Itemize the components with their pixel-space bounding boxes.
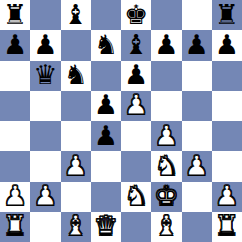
square-c8[interactable]: ♝ bbox=[61, 0, 91, 30]
square-h5[interactable] bbox=[212, 91, 242, 121]
square-g5[interactable] bbox=[182, 91, 212, 121]
square-d4[interactable]: ♟ bbox=[91, 121, 121, 151]
piece-white-knight: ♞ bbox=[154, 152, 178, 179]
square-h3[interactable] bbox=[212, 151, 242, 181]
square-b4[interactable] bbox=[30, 121, 60, 151]
square-e8[interactable]: ♚ bbox=[121, 0, 151, 30]
square-a2[interactable]: ♟ bbox=[0, 182, 30, 212]
piece-black-bishop: ♝ bbox=[64, 1, 88, 28]
square-a8[interactable]: ♜ bbox=[0, 0, 30, 30]
square-c5[interactable] bbox=[61, 91, 91, 121]
square-g7[interactable]: ♟ bbox=[182, 30, 212, 60]
square-g6[interactable] bbox=[182, 61, 212, 91]
square-e3[interactable] bbox=[121, 151, 151, 181]
piece-black-pawn: ♟ bbox=[154, 31, 178, 58]
piece-black-pawn: ♟ bbox=[94, 122, 118, 149]
square-f3[interactable]: ♞ bbox=[151, 151, 181, 181]
square-b1[interactable] bbox=[30, 212, 60, 242]
square-f8[interactable] bbox=[151, 0, 181, 30]
square-g8[interactable] bbox=[182, 0, 212, 30]
square-c3[interactable]: ♟ bbox=[61, 151, 91, 181]
piece-black-pawn: ♟ bbox=[215, 31, 239, 58]
square-g2[interactable] bbox=[182, 182, 212, 212]
square-b6[interactable]: ♛ bbox=[30, 61, 60, 91]
piece-white-pawn: ♟ bbox=[3, 182, 27, 209]
square-d5[interactable]: ♟ bbox=[91, 91, 121, 121]
square-b2[interactable]: ♟ bbox=[30, 182, 60, 212]
square-d3[interactable] bbox=[91, 151, 121, 181]
piece-black-bishop: ♝ bbox=[124, 31, 148, 58]
piece-white-rook: ♜ bbox=[215, 212, 239, 239]
square-a5[interactable] bbox=[0, 91, 30, 121]
piece-black-pawn: ♟ bbox=[185, 31, 209, 58]
square-g4[interactable] bbox=[182, 121, 212, 151]
piece-black-pawn: ♟ bbox=[124, 61, 148, 88]
piece-white-knight: ♞ bbox=[124, 182, 148, 209]
chess-board-container: ♜♝♚♜♟♟♞♝♟♟♟♛♞♟♟♟♟♟♟♞♟♟♟♞♚♟♜♝♛♝♜ bbox=[0, 0, 242, 242]
piece-black-queen: ♛ bbox=[33, 61, 57, 88]
square-e7[interactable]: ♝ bbox=[121, 30, 151, 60]
square-f1[interactable]: ♝ bbox=[151, 212, 181, 242]
square-d8[interactable] bbox=[91, 0, 121, 30]
piece-black-pawn: ♟ bbox=[94, 91, 118, 118]
square-e4[interactable] bbox=[121, 121, 151, 151]
square-f2[interactable]: ♚ bbox=[151, 182, 181, 212]
piece-black-pawn: ♟ bbox=[3, 31, 27, 58]
square-g1[interactable] bbox=[182, 212, 212, 242]
square-a7[interactable]: ♟ bbox=[0, 30, 30, 60]
square-d7[interactable]: ♞ bbox=[91, 30, 121, 60]
square-f7[interactable]: ♟ bbox=[151, 30, 181, 60]
square-f4[interactable]: ♟ bbox=[151, 121, 181, 151]
square-c6[interactable]: ♞ bbox=[61, 61, 91, 91]
piece-black-rook: ♜ bbox=[3, 1, 27, 28]
square-a6[interactable] bbox=[0, 61, 30, 91]
square-h7[interactable]: ♟ bbox=[212, 30, 242, 60]
square-d1[interactable]: ♛ bbox=[91, 212, 121, 242]
square-c4[interactable] bbox=[61, 121, 91, 151]
square-h8[interactable]: ♜ bbox=[212, 0, 242, 30]
square-c7[interactable] bbox=[61, 30, 91, 60]
piece-white-bishop: ♝ bbox=[64, 212, 88, 239]
piece-black-king: ♚ bbox=[124, 1, 148, 28]
piece-white-pawn: ♟ bbox=[154, 122, 178, 149]
piece-white-pawn: ♟ bbox=[33, 182, 57, 209]
piece-white-pawn: ♟ bbox=[185, 152, 209, 179]
piece-black-pawn: ♟ bbox=[33, 31, 57, 58]
piece-white-rook: ♜ bbox=[3, 212, 27, 239]
square-h6[interactable] bbox=[212, 61, 242, 91]
square-h1[interactable]: ♜ bbox=[212, 212, 242, 242]
square-d6[interactable] bbox=[91, 61, 121, 91]
piece-white-pawn: ♟ bbox=[215, 182, 239, 209]
square-a3[interactable] bbox=[0, 151, 30, 181]
square-f6[interactable] bbox=[151, 61, 181, 91]
square-b5[interactable] bbox=[30, 91, 60, 121]
square-b8[interactable] bbox=[30, 0, 60, 30]
piece-white-pawn: ♟ bbox=[64, 152, 88, 179]
square-b3[interactable] bbox=[30, 151, 60, 181]
piece-white-king: ♚ bbox=[154, 182, 178, 209]
piece-black-rook: ♜ bbox=[215, 1, 239, 28]
piece-white-pawn: ♟ bbox=[124, 91, 148, 118]
square-b7[interactable]: ♟ bbox=[30, 30, 60, 60]
piece-white-bishop: ♝ bbox=[154, 212, 178, 239]
square-e6[interactable]: ♟ bbox=[121, 61, 151, 91]
square-f5[interactable] bbox=[151, 91, 181, 121]
square-e2[interactable]: ♞ bbox=[121, 182, 151, 212]
square-h2[interactable]: ♟ bbox=[212, 182, 242, 212]
piece-black-knight: ♞ bbox=[94, 31, 118, 58]
piece-black-knight: ♞ bbox=[64, 61, 88, 88]
square-e1[interactable] bbox=[121, 212, 151, 242]
square-c2[interactable] bbox=[61, 182, 91, 212]
square-g3[interactable]: ♟ bbox=[182, 151, 212, 181]
square-h4[interactable] bbox=[212, 121, 242, 151]
square-e5[interactable]: ♟ bbox=[121, 91, 151, 121]
square-a4[interactable] bbox=[0, 121, 30, 151]
square-d2[interactable] bbox=[91, 182, 121, 212]
piece-white-queen: ♛ bbox=[94, 212, 118, 239]
square-a1[interactable]: ♜ bbox=[0, 212, 30, 242]
square-c1[interactable]: ♝ bbox=[61, 212, 91, 242]
chess-board: ♜♝♚♜♟♟♞♝♟♟♟♛♞♟♟♟♟♟♟♞♟♟♟♞♚♟♜♝♛♝♜ bbox=[0, 0, 242, 242]
